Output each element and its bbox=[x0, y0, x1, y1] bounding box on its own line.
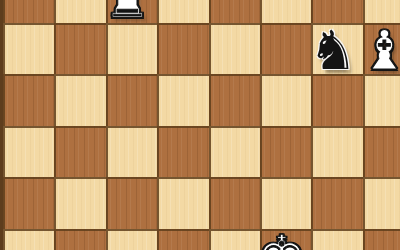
square-e5[interactable] bbox=[209, 74, 260, 125]
square-a2[interactable] bbox=[3, 229, 54, 250]
square-c5[interactable] bbox=[106, 74, 157, 125]
square-f5[interactable] bbox=[260, 74, 311, 125]
square-f3[interactable] bbox=[260, 177, 311, 228]
chess-board: ♜♞♝♚ bbox=[0, 0, 400, 250]
square-h2[interactable] bbox=[363, 229, 400, 250]
square-e7[interactable] bbox=[209, 0, 260, 23]
square-f7[interactable] bbox=[260, 0, 311, 23]
white-king[interactable]: ♚ bbox=[257, 229, 305, 250]
chess-board-viewport: ♜♞♝♚ bbox=[0, 0, 400, 250]
square-b2[interactable] bbox=[54, 229, 105, 250]
square-f6[interactable] bbox=[260, 23, 311, 74]
square-g5[interactable] bbox=[311, 74, 362, 125]
square-h4[interactable] bbox=[363, 126, 400, 177]
square-d2[interactable] bbox=[157, 229, 208, 250]
square-f2[interactable]: ♚ bbox=[260, 229, 311, 250]
square-g4[interactable] bbox=[311, 126, 362, 177]
square-g2[interactable] bbox=[311, 229, 362, 250]
white-bishop[interactable]: ♝ bbox=[360, 24, 400, 78]
square-a3[interactable] bbox=[3, 177, 54, 228]
square-a5[interactable] bbox=[3, 74, 54, 125]
square-h6[interactable]: ♝ bbox=[363, 23, 400, 74]
square-c3[interactable] bbox=[106, 177, 157, 228]
square-e6[interactable] bbox=[209, 23, 260, 74]
square-b4[interactable] bbox=[54, 126, 105, 177]
square-c2[interactable] bbox=[106, 229, 157, 250]
square-d7[interactable] bbox=[157, 0, 208, 23]
square-a4[interactable] bbox=[3, 126, 54, 177]
square-a7[interactable] bbox=[3, 0, 54, 23]
square-d5[interactable] bbox=[157, 74, 208, 125]
square-e4[interactable] bbox=[209, 126, 260, 177]
square-a6[interactable] bbox=[3, 23, 54, 74]
square-f4[interactable] bbox=[260, 126, 311, 177]
square-g6[interactable]: ♞ bbox=[311, 23, 362, 74]
square-h5[interactable] bbox=[363, 74, 400, 125]
square-d4[interactable] bbox=[157, 126, 208, 177]
square-h3[interactable] bbox=[363, 177, 400, 228]
white-rook[interactable]: ♜ bbox=[103, 0, 151, 26]
square-e3[interactable] bbox=[209, 177, 260, 228]
square-d3[interactable] bbox=[157, 177, 208, 228]
square-e2[interactable] bbox=[209, 229, 260, 250]
square-c4[interactable] bbox=[106, 126, 157, 177]
black-knight[interactable]: ♞ bbox=[309, 24, 357, 78]
square-b6[interactable] bbox=[54, 23, 105, 74]
square-d6[interactable] bbox=[157, 23, 208, 74]
square-c7[interactable]: ♜ bbox=[106, 0, 157, 23]
square-b3[interactable] bbox=[54, 177, 105, 228]
square-g3[interactable] bbox=[311, 177, 362, 228]
square-b5[interactable] bbox=[54, 74, 105, 125]
square-b7[interactable] bbox=[54, 0, 105, 23]
square-c6[interactable] bbox=[106, 23, 157, 74]
